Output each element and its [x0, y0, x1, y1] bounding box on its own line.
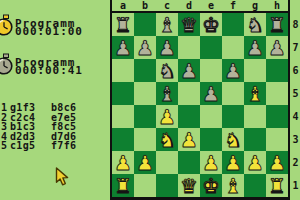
- black-clock-icon: [0, 53, 15, 75]
- square-e4[interactable]: [200, 105, 222, 128]
- rank-label-8: 8: [291, 20, 300, 29]
- white-move: c1g5: [10, 141, 35, 150]
- square-h4[interactable]: [266, 105, 288, 128]
- square-c7[interactable]: ♟: [156, 36, 178, 59]
- file-label-h: h: [266, 0, 288, 11]
- white-knight[interactable]: ♞: [224, 129, 242, 151]
- black-pawn[interactable]: ♟: [202, 83, 220, 105]
- white-pawn[interactable]: ♟: [224, 152, 242, 174]
- square-e6[interactable]: [200, 59, 222, 82]
- white-clock-icon: [0, 14, 15, 36]
- square-d4[interactable]: [178, 105, 200, 128]
- black-queen[interactable]: ♛: [180, 14, 198, 36]
- square-g5[interactable]: ♝: [244, 82, 266, 105]
- square-a2[interactable]: ♟: [112, 151, 134, 174]
- black-knight[interactable]: ♞: [246, 14, 264, 36]
- square-h5[interactable]: [266, 82, 288, 105]
- square-g2[interactable]: ♟: [244, 151, 266, 174]
- black-pawn[interactable]: ♟: [158, 37, 176, 59]
- square-g7[interactable]: ♟: [244, 36, 266, 59]
- square-b2[interactable]: ♟: [134, 151, 156, 174]
- square-c2[interactable]: [156, 151, 178, 174]
- rank-label-5: 5: [291, 89, 300, 98]
- square-h2[interactable]: ♟: [266, 151, 288, 174]
- square-b1[interactable]: [134, 174, 156, 197]
- square-e5[interactable]: ♟: [200, 82, 222, 105]
- square-c4[interactable]: ♟: [156, 105, 178, 128]
- move-number: 5: [1, 141, 7, 150]
- black-rook[interactable]: ♜: [114, 14, 132, 36]
- square-c3[interactable]: ♞: [156, 128, 178, 151]
- square-a5[interactable]: [112, 82, 134, 105]
- square-b3[interactable]: [134, 128, 156, 151]
- black-bishop[interactable]: ♝: [158, 14, 176, 36]
- white-move: g1f3: [10, 103, 35, 112]
- black-knight[interactable]: ♞: [158, 60, 176, 82]
- file-label-e: e: [200, 0, 222, 11]
- square-b5[interactable]: [134, 82, 156, 105]
- square-e7[interactable]: [200, 36, 222, 59]
- white-pawn[interactable]: ♟: [158, 106, 176, 128]
- square-c1[interactable]: [156, 174, 178, 197]
- square-f8[interactable]: [222, 13, 244, 36]
- square-d3[interactable]: ♟: [178, 128, 200, 151]
- square-a6[interactable]: [112, 59, 134, 82]
- square-d1[interactable]: ♛: [178, 174, 200, 197]
- white-bishop[interactable]: ♝: [224, 175, 242, 197]
- square-h7[interactable]: ♟: [266, 36, 288, 59]
- chess-board: abcdefgh ♜♝♛♚♞♜♟♟♟♟♟♞♟♟♝♟♝♟♞♟♞♟♟♟♟♟♟♜♛♚♝…: [110, 0, 290, 200]
- black-pawn[interactable]: ♟: [268, 37, 286, 59]
- square-h6[interactable]: [266, 59, 288, 82]
- white-player-time: 000:01:00: [15, 27, 83, 36]
- square-f6[interactable]: ♟: [222, 59, 244, 82]
- rank-label-1: 1: [291, 181, 300, 190]
- square-f3[interactable]: ♞: [222, 128, 244, 151]
- white-pawn[interactable]: ♟: [268, 152, 286, 174]
- white-knight[interactable]: ♞: [158, 129, 176, 151]
- white-queen[interactable]: ♛: [180, 175, 198, 197]
- file-label-b: b: [134, 0, 156, 11]
- white-rook[interactable]: ♜: [114, 175, 132, 197]
- rank-label-4: 4: [291, 112, 300, 121]
- square-b8[interactable]: [134, 13, 156, 36]
- move-number: 3: [1, 122, 7, 131]
- square-f7[interactable]: [222, 36, 244, 59]
- rank-label-7: 7: [291, 43, 300, 52]
- square-a7[interactable]: ♟: [112, 36, 134, 59]
- white-move: b1c3: [10, 122, 35, 131]
- square-d6[interactable]: ♟: [178, 59, 200, 82]
- square-d5[interactable]: [178, 82, 200, 105]
- square-h1[interactable]: ♜: [266, 174, 288, 197]
- square-h3[interactable]: [266, 128, 288, 151]
- square-b4[interactable]: [134, 105, 156, 128]
- square-c6[interactable]: ♞: [156, 59, 178, 82]
- white-bishop[interactable]: ♝: [246, 83, 264, 105]
- file-label-d: d: [178, 0, 200, 11]
- white-rook[interactable]: ♜: [268, 175, 286, 197]
- square-e2[interactable]: ♟: [200, 151, 222, 174]
- white-pawn[interactable]: ♟: [136, 152, 154, 174]
- board-border-right: [288, 0, 290, 200]
- square-c5[interactable]: ♝: [156, 82, 178, 105]
- black-move: f7f6: [51, 141, 76, 150]
- white-pawn[interactable]: ♟: [180, 129, 198, 151]
- rank-label-2: 2: [291, 158, 300, 167]
- file-labels: abcdefgh: [112, 0, 288, 11]
- square-e8[interactable]: ♚: [200, 13, 222, 36]
- chess-app-screen: Programm 000:01:00 Programm 000:00:41 1g…: [0, 0, 300, 200]
- square-d7[interactable]: [178, 36, 200, 59]
- square-g4[interactable]: [244, 105, 266, 128]
- black-bishop[interactable]: ♝: [158, 83, 176, 105]
- black-pawn[interactable]: ♟: [246, 37, 264, 59]
- square-f1[interactable]: ♝: [222, 174, 244, 197]
- square-d8[interactable]: ♛: [178, 13, 200, 36]
- square-g6[interactable]: [244, 59, 266, 82]
- square-a4[interactable]: [112, 105, 134, 128]
- black-rook[interactable]: ♜: [268, 14, 286, 36]
- square-b6[interactable]: [134, 59, 156, 82]
- rank-label-3: 3: [291, 135, 300, 144]
- file-label-g: g: [244, 0, 266, 11]
- square-a8[interactable]: ♜: [112, 13, 134, 36]
- square-g1[interactable]: [244, 174, 266, 197]
- square-b7[interactable]: ♟: [134, 36, 156, 59]
- square-c8[interactable]: ♝: [156, 13, 178, 36]
- move-number: 1: [1, 103, 7, 112]
- black-move: b8c6: [51, 103, 76, 112]
- black-king[interactable]: ♚: [202, 14, 220, 36]
- black-player-time: 000:00:41: [15, 66, 83, 75]
- white-pawn[interactable]: ♟: [114, 152, 132, 174]
- board-squares: ♜♝♛♚♞♜♟♟♟♟♟♞♟♟♝♟♝♟♞♟♞♟♟♟♟♟♟♜♛♚♝♜: [112, 13, 288, 197]
- white-pawn[interactable]: ♟: [246, 152, 264, 174]
- square-f4[interactable]: [222, 105, 244, 128]
- square-h8[interactable]: ♜: [266, 13, 288, 36]
- mouse-cursor: [55, 167, 70, 187]
- white-pawn[interactable]: ♟: [202, 152, 220, 174]
- square-d2[interactable]: [178, 151, 200, 174]
- black-pawn[interactable]: ♟: [114, 37, 132, 59]
- square-e1[interactable]: ♚: [200, 174, 222, 197]
- black-move: f8c5: [51, 122, 76, 131]
- square-f2[interactable]: ♟: [222, 151, 244, 174]
- file-label-a: a: [112, 0, 134, 11]
- rank-label-6: 6: [291, 66, 300, 75]
- square-e3[interactable]: [200, 128, 222, 151]
- square-g3[interactable]: [244, 128, 266, 151]
- white-king[interactable]: ♚: [202, 175, 220, 197]
- black-pawn[interactable]: ♟: [180, 60, 198, 82]
- square-g8[interactable]: ♞: [244, 13, 266, 36]
- square-f5[interactable]: [222, 82, 244, 105]
- square-a3[interactable]: [112, 128, 134, 151]
- square-a1[interactable]: ♜: [112, 174, 134, 197]
- file-label-f: f: [222, 0, 244, 11]
- black-pawn[interactable]: ♟: [224, 60, 242, 82]
- board-border-bottom: [110, 197, 290, 200]
- file-label-c: c: [156, 0, 178, 11]
- black-pawn[interactable]: ♟: [136, 37, 154, 59]
- move-row-5: 5c1g5f7f6: [0, 141, 108, 151]
